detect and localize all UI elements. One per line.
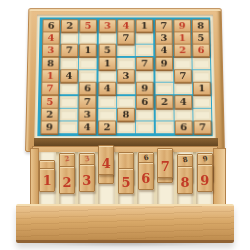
cell-r1c7[interactable]: 7 bbox=[155, 20, 173, 31]
board-tile-8[interactable]: 8 bbox=[192, 19, 210, 32]
board-tile-2[interactable]: 2 bbox=[156, 95, 174, 109]
cell-r7c4[interactable] bbox=[98, 96, 116, 108]
cell-r9c1[interactable]: 9 bbox=[40, 121, 58, 133]
cell-r1c8[interactable]: 9 bbox=[173, 20, 191, 31]
board-tile-9[interactable]: 9 bbox=[136, 82, 154, 95]
drawer-tile-4[interactable]: 4 bbox=[98, 145, 114, 175]
cell-r8c8[interactable] bbox=[174, 109, 192, 121]
cell-r5c3[interactable] bbox=[79, 70, 97, 81]
board-tile-3[interactable]: 3 bbox=[42, 44, 60, 57]
board-tile-7[interactable]: 7 bbox=[78, 95, 96, 109]
board-tile-8[interactable]: 8 bbox=[117, 108, 135, 122]
board-tile-7[interactable]: 7 bbox=[155, 19, 173, 32]
cell-r9c4[interactable]: 2 bbox=[98, 121, 116, 133]
drawer-tile-digit: 3 bbox=[82, 174, 91, 191]
board-tile-4[interactable]: 4 bbox=[117, 19, 134, 32]
cell-r3c7[interactable]: 4 bbox=[155, 45, 173, 56]
board-tile-1[interactable]: 1 bbox=[99, 57, 117, 70]
cell-r3c4[interactable]: 5 bbox=[99, 45, 117, 56]
board-tile-3[interactable]: 3 bbox=[78, 108, 96, 122]
drawer-slot-1: 1 bbox=[39, 152, 56, 206]
board-tile-7[interactable]: 7 bbox=[174, 69, 192, 82]
cell-r3c9[interactable]: 6 bbox=[192, 45, 210, 56]
cell-r5c6[interactable] bbox=[136, 70, 154, 81]
board-tile-4[interactable]: 4 bbox=[155, 44, 173, 57]
board-tile-9[interactable]: 9 bbox=[40, 120, 58, 134]
cell-r2c9[interactable]: 5 bbox=[192, 32, 210, 43]
cell-r7c2[interactable] bbox=[60, 96, 78, 108]
board-tile-7[interactable]: 7 bbox=[136, 57, 154, 70]
drawer-tile-digit: 5 bbox=[121, 176, 130, 193]
drawer-slot-5: 5 bbox=[118, 152, 135, 206]
drawer-slot-7: 7 bbox=[157, 152, 174, 206]
cell-r9c3[interactable]: 4 bbox=[78, 121, 96, 133]
cell-r9c9[interactable]: 7 bbox=[194, 121, 212, 133]
board-tile-5[interactable]: 5 bbox=[99, 44, 117, 57]
drawer-slots: 122334456678899 bbox=[38, 152, 214, 206]
drawer-slot-9: 99 bbox=[196, 152, 213, 206]
cell-r6c9[interactable]: 1 bbox=[193, 83, 211, 95]
board-tile-2[interactable]: 2 bbox=[174, 44, 192, 57]
cell-r2c6[interactable] bbox=[136, 32, 154, 43]
drawer-tile-7[interactable]: 7 bbox=[157, 148, 173, 178]
cell-r7c5[interactable] bbox=[117, 96, 135, 108]
cell-r7c1[interactable]: 5 bbox=[41, 96, 59, 108]
cell-r8c6[interactable] bbox=[136, 109, 154, 121]
tile-drawer[interactable]: 122334456678899 bbox=[30, 146, 226, 208]
cell-r4c6[interactable]: 7 bbox=[136, 58, 154, 69]
board-tile-3[interactable]: 3 bbox=[99, 19, 117, 32]
cell-r5c7[interactable] bbox=[155, 70, 173, 81]
board-tile-7[interactable]: 7 bbox=[117, 31, 135, 44]
cell-r9c8[interactable]: 6 bbox=[175, 121, 193, 133]
drawer-tile-3[interactable]: 3 bbox=[79, 164, 95, 192]
cell-r6c4[interactable]: 4 bbox=[98, 83, 116, 95]
cell-r8c9[interactable] bbox=[193, 109, 211, 121]
board-tile-4[interactable]: 4 bbox=[174, 95, 192, 109]
cell-r8c2[interactable] bbox=[59, 109, 77, 121]
cell-r7c3[interactable]: 7 bbox=[78, 96, 96, 108]
box-8: 682 bbox=[98, 96, 154, 133]
cell-r2c5[interactable]: 7 bbox=[117, 32, 135, 43]
cell-r3c1[interactable]: 3 bbox=[42, 45, 60, 56]
cell-r2c3[interactable] bbox=[79, 32, 97, 43]
cell-r6c2[interactable] bbox=[60, 83, 78, 95]
cell-r5c9[interactable] bbox=[193, 70, 211, 81]
drawer-tile-digit: 6 bbox=[141, 172, 150, 189]
board-tile-7[interactable]: 7 bbox=[41, 82, 59, 95]
cell-r9c2[interactable] bbox=[59, 121, 77, 133]
board-tile-5[interactable]: 5 bbox=[41, 95, 59, 109]
cell-r2c1[interactable]: 4 bbox=[42, 32, 60, 43]
cell-r6c3[interactable]: 6 bbox=[79, 83, 97, 95]
drawer-tile-digit: 7 bbox=[161, 160, 170, 177]
cell-r2c4[interactable] bbox=[99, 32, 117, 43]
board-tile-1[interactable]: 1 bbox=[136, 19, 154, 32]
board-tile-6[interactable]: 6 bbox=[136, 95, 154, 109]
drawer-tile-6[interactable]: 6 bbox=[138, 162, 154, 190]
board-tile-5[interactable]: 5 bbox=[79, 19, 97, 32]
board-tile-4[interactable]: 4 bbox=[78, 120, 96, 134]
board-tile-9[interactable]: 9 bbox=[173, 19, 191, 32]
cell-r4c7[interactable]: 9 bbox=[155, 58, 173, 69]
board-tile-7[interactable]: 7 bbox=[60, 44, 78, 57]
box-6: 971 bbox=[155, 58, 211, 94]
drawer-tile-5[interactable]: 5 bbox=[118, 168, 134, 194]
cell-r9c7[interactable] bbox=[156, 121, 174, 133]
board-tile-8[interactable]: 8 bbox=[42, 57, 60, 70]
cell-r4c5[interactable] bbox=[117, 58, 135, 69]
cell-r7c7[interactable]: 2 bbox=[156, 96, 174, 108]
cell-r6c1[interactable]: 7 bbox=[41, 83, 59, 95]
cell-r4c3[interactable] bbox=[79, 58, 97, 69]
cell-r5c8[interactable]: 7 bbox=[174, 70, 192, 81]
cell-r1c3[interactable]: 5 bbox=[79, 20, 97, 31]
drawer-slot-6: 66 bbox=[137, 152, 154, 206]
cell-r8c5[interactable]: 8 bbox=[117, 109, 135, 121]
board-tile-9[interactable]: 9 bbox=[155, 57, 173, 70]
board-tile-6[interactable]: 6 bbox=[175, 120, 193, 134]
board-tile-1[interactable]: 1 bbox=[174, 31, 192, 44]
box-2: 34175 bbox=[99, 20, 154, 56]
drawer-right-wall bbox=[213, 148, 226, 210]
box-4: 81476 bbox=[41, 58, 96, 94]
board-tile-4[interactable]: 4 bbox=[60, 69, 78, 82]
drawer-tile-2[interactable]: 2 bbox=[59, 166, 75, 194]
drawer-tile-9[interactable]: 9 bbox=[197, 164, 213, 192]
cell-r1c1[interactable]: 6 bbox=[42, 20, 60, 31]
drawer-slot-8: 88 bbox=[177, 152, 194, 206]
cell-r8c1[interactable]: 2 bbox=[41, 109, 59, 121]
drawer-front-panel[interactable] bbox=[16, 204, 234, 243]
cell-r6c5[interactable] bbox=[117, 83, 135, 95]
box-1: 6254371 bbox=[42, 20, 97, 56]
cell-r4c2[interactable] bbox=[60, 58, 78, 69]
board-tile-2[interactable]: 2 bbox=[98, 120, 116, 134]
cell-r8c3[interactable]: 3 bbox=[78, 109, 96, 121]
cell-r3c6[interactable] bbox=[136, 45, 154, 56]
cell-r1c2[interactable]: 2 bbox=[61, 20, 79, 31]
tile-top-mark: 6 bbox=[143, 154, 149, 162]
box-3: 798315426 bbox=[155, 20, 210, 56]
drawer-tile-1[interactable]: 1 bbox=[39, 168, 55, 192]
cell-r2c7[interactable]: 3 bbox=[155, 32, 173, 43]
tile-top-mark: 2 bbox=[64, 155, 70, 163]
sudoku-wooden-box-photo: 6254371341757983154268147617349971572394… bbox=[0, 0, 250, 250]
board-tile-4[interactable]: 4 bbox=[42, 31, 60, 44]
cell-r3c8[interactable]: 2 bbox=[174, 45, 192, 56]
board-tile-1[interactable]: 1 bbox=[41, 69, 59, 82]
cell-r8c4[interactable] bbox=[98, 109, 116, 121]
cell-r1c5[interactable]: 4 bbox=[117, 20, 134, 31]
tile-top-mark: 8 bbox=[182, 156, 188, 164]
cell-r5c5[interactable]: 3 bbox=[117, 70, 135, 81]
wooden-frame: 6254371341757983154268147617349971572394… bbox=[25, 8, 225, 152]
box-7: 572394 bbox=[40, 96, 96, 133]
drawer-left-wall bbox=[30, 148, 39, 208]
board-tile-3[interactable]: 3 bbox=[117, 69, 135, 82]
cell-r6c8[interactable] bbox=[174, 83, 192, 95]
board-tile-3[interactable]: 3 bbox=[155, 31, 173, 44]
box-9: 2467 bbox=[156, 96, 212, 133]
drawer-slot-3: 33 bbox=[78, 152, 95, 206]
drawer-tile-digit: 9 bbox=[200, 174, 209, 191]
drawer-tile-digit: 1 bbox=[43, 174, 52, 191]
cell-r4c1[interactable]: 8 bbox=[42, 58, 60, 69]
board-tile-6[interactable]: 6 bbox=[79, 82, 97, 95]
board-tile-1[interactable]: 1 bbox=[79, 44, 97, 57]
cell-r3c5[interactable] bbox=[117, 45, 135, 56]
cell-r2c8[interactable]: 1 bbox=[174, 32, 192, 43]
drawer-slot-2: 22 bbox=[59, 152, 76, 206]
cell-r6c6[interactable]: 9 bbox=[136, 83, 154, 95]
cell-r7c9[interactable] bbox=[193, 96, 211, 108]
cell-r2c2[interactable] bbox=[61, 32, 79, 43]
cell-r5c1[interactable]: 1 bbox=[41, 70, 59, 81]
drawer-slot-4: 44 bbox=[98, 152, 115, 206]
board-tile-2[interactable]: 2 bbox=[41, 108, 59, 122]
cell-r3c2[interactable]: 7 bbox=[60, 45, 78, 56]
drawer-tile-digit: 2 bbox=[62, 176, 71, 193]
board-base: 6254371341757983154268147617349971572394… bbox=[34, 15, 215, 139]
board-tile-2[interactable]: 2 bbox=[61, 19, 79, 32]
drawer-tile-digit: 4 bbox=[102, 157, 111, 174]
cell-r9c5[interactable] bbox=[117, 121, 135, 133]
board-tile-4[interactable]: 4 bbox=[98, 82, 116, 95]
cell-r1c4[interactable]: 3 bbox=[99, 20, 117, 31]
cell-r5c2[interactable]: 4 bbox=[60, 70, 78, 81]
cell-r8c7[interactable] bbox=[156, 109, 174, 121]
cell-r5c4[interactable] bbox=[98, 70, 116, 81]
tile-top-mark: 9 bbox=[202, 155, 208, 163]
cell-r6c7[interactable] bbox=[155, 83, 173, 95]
cell-r3c3[interactable]: 1 bbox=[79, 45, 97, 56]
board-tile-7[interactable]: 7 bbox=[193, 120, 211, 134]
board-tile-5[interactable]: 5 bbox=[192, 31, 210, 44]
sudoku-grid: 6254371341757983154268147617349971572394… bbox=[37, 17, 212, 136]
sudoku-board: 6254371341757983154268147617349971572394… bbox=[25, 8, 225, 152]
cell-r7c8[interactable]: 4 bbox=[174, 96, 192, 108]
cell-r4c9[interactable] bbox=[192, 58, 210, 69]
cell-r4c8[interactable] bbox=[174, 58, 192, 69]
board-tile-6[interactable]: 6 bbox=[192, 44, 210, 57]
box-5: 17349 bbox=[98, 58, 153, 94]
drawer-tile-8[interactable]: 8 bbox=[177, 166, 193, 194]
cell-r9c6[interactable] bbox=[136, 121, 154, 133]
cell-r1c9[interactable]: 8 bbox=[192, 20, 210, 31]
cell-r4c4[interactable]: 1 bbox=[99, 58, 117, 69]
cell-r1c6[interactable]: 1 bbox=[136, 20, 154, 31]
board-tile-6[interactable]: 6 bbox=[42, 19, 60, 32]
drawer-tile-digit: 8 bbox=[181, 176, 190, 193]
tile-top-mark: 3 bbox=[84, 155, 90, 163]
board-tile-1[interactable]: 1 bbox=[193, 82, 211, 95]
cell-r7c6[interactable]: 6 bbox=[136, 96, 154, 108]
